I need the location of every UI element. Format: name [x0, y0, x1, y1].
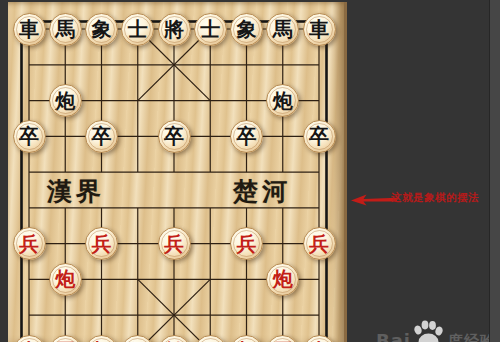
piece-character: 炮 [267, 85, 298, 116]
piece-character: 兵 [86, 228, 117, 259]
piece-black-elephant[interactable]: 象 [230, 13, 263, 46]
piece-black-soldier[interactable]: 卒 [85, 120, 118, 153]
piece-character: 仕 [195, 336, 226, 342]
piece-red-cannon[interactable]: 炮 [49, 263, 82, 296]
annotation-text: 这就是象棋的摆法 [391, 191, 477, 205]
piece-character: 兵 [231, 228, 262, 259]
piece-character: 車 [14, 14, 45, 45]
piece-red-general[interactable]: 帥 [158, 335, 191, 342]
piece-red-horse[interactable]: 馬 [49, 335, 82, 342]
piece-red-cannon[interactable]: 炮 [266, 263, 299, 296]
piece-red-elephant[interactable]: 相 [85, 335, 118, 342]
piece-character: 炮 [50, 264, 81, 295]
watermark-prefix: Bai [376, 330, 411, 342]
piece-character: 兵 [159, 228, 190, 259]
piece-character: 車 [14, 336, 45, 342]
watermark: Bai 度经验 [374, 318, 494, 342]
piece-character: 仕 [122, 336, 153, 342]
piece-character: 相 [86, 336, 117, 342]
piece-red-advisor[interactable]: 仕 [121, 335, 154, 342]
piece-character: 馬 [50, 14, 81, 45]
piece-character: 兵 [304, 228, 335, 259]
piece-character: 馬 [267, 336, 298, 342]
piece-character: 車 [304, 14, 335, 45]
piece-black-advisor[interactable]: 士 [194, 13, 227, 46]
piece-black-advisor[interactable]: 士 [121, 13, 154, 46]
piece-black-elephant[interactable]: 象 [85, 13, 118, 46]
piece-character: 卒 [231, 121, 262, 152]
piece-character: 卒 [86, 121, 117, 152]
piece-red-soldier[interactable]: 兵 [85, 227, 118, 260]
piece-black-soldier[interactable]: 卒 [158, 120, 191, 153]
piece-character: 炮 [50, 85, 81, 116]
piece-red-soldier[interactable]: 兵 [303, 227, 336, 260]
piece-black-soldier[interactable]: 卒 [13, 120, 46, 153]
piece-red-soldier[interactable]: 兵 [158, 227, 191, 260]
piece-red-soldier[interactable]: 兵 [13, 227, 46, 260]
piece-character: 帥 [159, 336, 190, 342]
piece-character: 士 [122, 14, 153, 45]
piece-black-cannon[interactable]: 炮 [49, 84, 82, 117]
piece-character: 卒 [304, 121, 335, 152]
piece-red-horse[interactable]: 馬 [266, 335, 299, 342]
piece-character: 車 [304, 336, 335, 342]
river-label-chuhe: 楚河 [227, 175, 297, 208]
baidu-paw-icon [410, 318, 446, 342]
piece-black-horse[interactable]: 馬 [49, 13, 82, 46]
piece-character: 相 [231, 336, 262, 342]
piece-character: 象 [86, 14, 117, 45]
piece-red-elephant[interactable]: 相 [230, 335, 263, 342]
piece-black-cannon[interactable]: 炮 [266, 84, 299, 117]
piece-red-chariot[interactable]: 車 [13, 335, 46, 342]
river-label-hanjie: 漢界 [41, 175, 111, 208]
piece-character: 馬 [267, 14, 298, 45]
piece-character: 馬 [50, 336, 81, 342]
piece-character: 兵 [14, 228, 45, 259]
piece-character: 卒 [14, 121, 45, 152]
piece-character: 炮 [267, 264, 298, 295]
piece-character: 士 [195, 14, 226, 45]
piece-black-chariot[interactable]: 車 [303, 13, 336, 46]
piece-red-soldier[interactable]: 兵 [230, 227, 263, 260]
piece-black-general[interactable]: 將 [158, 13, 191, 46]
piece-character: 象 [231, 14, 262, 45]
piece-black-chariot[interactable]: 車 [13, 13, 46, 46]
piece-black-horse[interactable]: 馬 [266, 13, 299, 46]
piece-character: 卒 [159, 121, 190, 152]
piece-red-advisor[interactable]: 仕 [194, 335, 227, 342]
piece-character: 將 [159, 14, 190, 45]
right-edge-strip [489, 0, 500, 342]
piece-red-chariot[interactable]: 車 [303, 335, 336, 342]
piece-black-soldier[interactable]: 卒 [303, 120, 336, 153]
screenshot-root: 漢界 楚河 車馬象士將士象馬車炮炮卒卒卒卒卒兵兵兵兵兵炮炮車馬相仕帥仕相馬車 这… [0, 0, 500, 342]
piece-black-soldier[interactable]: 卒 [230, 120, 263, 153]
